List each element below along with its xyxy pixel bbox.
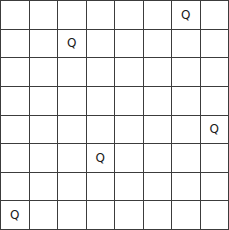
board-cell-r8c8[interactable] <box>201 201 229 229</box>
board-cell-r6c2[interactable] <box>30 144 58 172</box>
board-cell-r7c4[interactable] <box>87 173 115 201</box>
board-cell-r1c5[interactable] <box>115 1 143 29</box>
board-cell-r7c1[interactable] <box>1 173 29 201</box>
board-cell-r5c8[interactable]: Q <box>201 116 229 144</box>
board-cell-r6c5[interactable] <box>115 144 143 172</box>
board-cell-r6c6[interactable] <box>144 144 172 172</box>
queen-letter: Q <box>210 123 219 135</box>
board-cell-r2c6[interactable] <box>144 30 172 58</box>
board-cell-r8c7[interactable] <box>172 201 200 229</box>
board-cell-r4c5[interactable] <box>115 87 143 115</box>
board-cell-r5c2[interactable] <box>30 116 58 144</box>
board-cell-r3c2[interactable] <box>30 58 58 86</box>
board-cell-r6c1[interactable] <box>1 144 29 172</box>
board-cell-r4c7[interactable] <box>172 87 200 115</box>
board-cell-r5c6[interactable] <box>144 116 172 144</box>
board-cell-r7c6[interactable] <box>144 173 172 201</box>
board-cell-r4c4[interactable] <box>87 87 115 115</box>
board-cell-r8c4[interactable] <box>87 201 115 229</box>
board-cell-r5c7[interactable] <box>172 116 200 144</box>
board-cell-r7c5[interactable] <box>115 173 143 201</box>
board-cell-r4c1[interactable] <box>1 87 29 115</box>
board-cell-r8c2[interactable] <box>30 201 58 229</box>
board-cell-r1c8[interactable] <box>201 1 229 29</box>
board-cell-r6c7[interactable] <box>172 144 200 172</box>
board-cell-r7c3[interactable] <box>58 173 86 201</box>
queen-letter: Q <box>10 209 19 221</box>
board-cell-r5c1[interactable] <box>1 116 29 144</box>
board-cell-r3c1[interactable] <box>1 58 29 86</box>
board-cell-r6c4[interactable]: Q <box>87 144 115 172</box>
board-cell-r3c3[interactable] <box>58 58 86 86</box>
board-cell-r8c3[interactable] <box>58 201 86 229</box>
board-cell-r2c7[interactable] <box>172 30 200 58</box>
queen-letter: Q <box>67 37 76 49</box>
board-cell-r5c3[interactable] <box>58 116 86 144</box>
board-cell-r3c8[interactable] <box>201 58 229 86</box>
board-cell-r3c6[interactable] <box>144 58 172 86</box>
board-cell-r4c6[interactable] <box>144 87 172 115</box>
board-cell-r7c7[interactable] <box>172 173 200 201</box>
board-cell-r4c2[interactable] <box>30 87 58 115</box>
board-cell-r4c3[interactable] <box>58 87 86 115</box>
board-cell-r4c8[interactable] <box>201 87 229 115</box>
board-cell-r2c2[interactable] <box>30 30 58 58</box>
board-cell-r1c3[interactable] <box>58 1 86 29</box>
board-cell-r1c1[interactable] <box>1 1 29 29</box>
board-cell-r8c6[interactable] <box>144 201 172 229</box>
board-cell-r2c8[interactable] <box>201 30 229 58</box>
board-cell-r1c7[interactable]: Q <box>172 1 200 29</box>
board-cell-r1c6[interactable] <box>144 1 172 29</box>
board-cell-r6c3[interactable] <box>58 144 86 172</box>
queens-board: QQQQQ <box>0 0 229 230</box>
board-cell-r1c4[interactable] <box>87 1 115 29</box>
queens-board-wrapper: QQQQQ <box>0 0 229 230</box>
board-cell-r3c5[interactable] <box>115 58 143 86</box>
board-cell-r3c4[interactable] <box>87 58 115 86</box>
board-cell-r7c8[interactable] <box>201 173 229 201</box>
queen-letter: Q <box>96 152 105 164</box>
board-cell-r2c4[interactable] <box>87 30 115 58</box>
queen-letter: Q <box>181 9 190 21</box>
board-cell-r8c5[interactable] <box>115 201 143 229</box>
board-cell-r2c3[interactable]: Q <box>58 30 86 58</box>
board-cell-r2c1[interactable] <box>1 30 29 58</box>
board-cell-r2c5[interactable] <box>115 30 143 58</box>
board-cell-r1c2[interactable] <box>30 1 58 29</box>
board-cell-r5c4[interactable] <box>87 116 115 144</box>
board-cell-r3c7[interactable] <box>172 58 200 86</box>
board-cell-r7c2[interactable] <box>30 173 58 201</box>
board-cell-r8c1[interactable]: Q <box>1 201 29 229</box>
board-cell-r5c5[interactable] <box>115 116 143 144</box>
board-cell-r6c8[interactable] <box>201 144 229 172</box>
